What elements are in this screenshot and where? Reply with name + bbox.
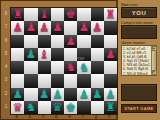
square-g1[interactable]	[91, 101, 104, 114]
piece-white-queen[interactable]: ♛	[52, 101, 62, 114]
square-f6[interactable]	[77, 35, 90, 48]
square-h6[interactable]	[104, 35, 117, 48]
square-g8[interactable]	[91, 8, 104, 21]
piece-black-pawn[interactable]: ♟	[39, 21, 49, 34]
piece-white-rook[interactable]: ♜	[105, 101, 115, 114]
turn-indicator: YOU	[121, 7, 157, 18]
square-e3[interactable]	[64, 74, 77, 87]
square-h8[interactable]: ♜	[104, 8, 117, 21]
scroll-down-icon[interactable]: ▼	[152, 70, 157, 75]
square-d1[interactable]: ♛	[51, 101, 64, 114]
rank-label: 6	[2, 34, 10, 47]
piece-black-rook[interactable]: ♜	[105, 8, 115, 21]
scroll-up-icon[interactable]: ▲	[152, 46, 157, 51]
square-b4[interactable]	[24, 61, 37, 74]
square-c8[interactable]: ♝	[38, 8, 51, 21]
chess-board: ♜♝♚♜♟♟♟♟♟♟♟♟♝♟♞♞♟♟♟♟♟♟♛♞♛♚♜	[10, 7, 118, 115]
move-list-item: 6. Nd4-f5 Ng8-f6	[123, 67, 151, 71]
square-c2[interactable]: ♟	[38, 88, 51, 101]
square-a1[interactable]: ♛	[11, 101, 24, 114]
square-h1[interactable]: ♜	[104, 101, 117, 114]
square-a5[interactable]	[11, 48, 24, 61]
rank-label: 5	[2, 47, 10, 60]
square-b7[interactable]: ♟	[24, 21, 37, 34]
piece-black-pawn[interactable]: ♟	[26, 21, 36, 34]
square-f4[interactable]: ♞	[77, 61, 90, 74]
square-e8[interactable]: ♚	[64, 8, 77, 21]
square-d7[interactable]: ♟	[51, 21, 64, 34]
square-a7[interactable]: ♟	[11, 21, 24, 34]
square-f3[interactable]	[77, 74, 90, 87]
square-g6[interactable]	[91, 35, 104, 48]
piece-black-pawn[interactable]: ♟	[12, 21, 22, 34]
square-d6[interactable]	[51, 35, 64, 48]
square-b5[interactable]: ♟	[24, 48, 37, 61]
square-a3[interactable]	[11, 74, 24, 87]
square-d5[interactable]	[51, 48, 64, 61]
square-e7[interactable]	[64, 21, 77, 34]
piece-black-king[interactable]: ♚	[65, 8, 75, 21]
square-b2[interactable]	[24, 88, 37, 101]
square-a4[interactable]	[11, 61, 24, 74]
rank-label: 8	[2, 7, 10, 20]
piece-black-bishop[interactable]: ♝	[39, 8, 49, 21]
sidebar: Now turn: YOU Comp's last move: Game mov…	[118, 0, 160, 120]
piece-white-pawn[interactable]: ♟	[39, 88, 49, 101]
piece-black-pawn[interactable]: ♟	[105, 48, 115, 61]
square-c3[interactable]	[38, 74, 51, 87]
square-b3[interactable]	[24, 74, 37, 87]
piece-white-pawn[interactable]: ♟	[26, 48, 36, 61]
square-g3[interactable]	[91, 74, 104, 87]
piece-black-knight[interactable]: ♞	[65, 61, 75, 74]
square-b1[interactable]: ♞	[24, 101, 37, 114]
move-list-panel: 1. b2-b4 e7-e62. e2-e4 Bf8-c53. b4-b5 Qd…	[121, 45, 157, 76]
square-d2[interactable]: ♟	[51, 88, 64, 101]
move-list-item: 7. Nf5-f4 Nf6xe4	[123, 72, 151, 75]
square-b8[interactable]	[24, 8, 37, 21]
piece-white-knight[interactable]: ♞	[26, 101, 36, 114]
status-display	[121, 84, 157, 101]
square-h4[interactable]	[104, 61, 117, 74]
piece-black-pawn[interactable]: ♟	[65, 35, 75, 48]
piece-white-king[interactable]: ♚	[65, 101, 75, 114]
square-g7[interactable]: ♟	[91, 21, 104, 34]
square-f2[interactable]: ♟	[77, 88, 90, 101]
square-f1[interactable]	[77, 101, 90, 114]
square-g5[interactable]	[91, 48, 104, 61]
square-d8[interactable]	[51, 8, 64, 21]
piece-white-pawn[interactable]: ♟	[52, 88, 62, 101]
square-a8[interactable]: ♜	[11, 8, 24, 21]
piece-white-pawn[interactable]: ♟	[92, 88, 102, 101]
square-h3[interactable]	[104, 74, 117, 87]
square-e2[interactable]	[64, 88, 77, 101]
piece-white-pawn[interactable]: ♟	[105, 88, 115, 101]
piece-white-pawn[interactable]: ♟	[79, 88, 89, 101]
square-c5[interactable]: ♝	[38, 48, 51, 61]
piece-black-pawn[interactable]: ♟	[92, 21, 102, 34]
last-move-display	[121, 25, 157, 39]
rank-label: 1	[2, 100, 10, 113]
square-h2[interactable]: ♟	[104, 88, 117, 101]
move-list[interactable]: 1. b2-b4 e7-e62. e2-e4 Bf8-c53. b4-b5 Qd…	[122, 46, 151, 75]
board-frame: 87654321 abcdefgh ♜♝♚♜♟♟♟♟♟♟♟♟♝♟♞♞♟♟♟♟♟♟…	[0, 0, 118, 120]
piece-black-pawn[interactable]: ♟	[79, 21, 89, 34]
square-h5[interactable]: ♟	[104, 48, 117, 61]
square-e5[interactable]	[64, 48, 77, 61]
square-g4[interactable]	[91, 61, 104, 74]
rank-label: 2	[2, 87, 10, 100]
chess-game-app: 87654321 abcdefgh ♜♝♚♜♟♟♟♟♟♟♟♟♝♟♞♞♟♟♟♟♟♟…	[0, 0, 160, 120]
rank-label: 7	[2, 20, 10, 33]
rank-label: 4	[2, 60, 10, 73]
square-b6[interactable]	[24, 35, 37, 48]
square-h7[interactable]	[104, 21, 117, 34]
start-game-button[interactable]: START GAME	[121, 104, 157, 113]
square-e1[interactable]: ♚	[64, 101, 77, 114]
square-c6[interactable]	[38, 35, 51, 48]
rank-labels: 87654321	[2, 7, 10, 113]
square-f5[interactable]	[77, 48, 90, 61]
square-c4[interactable]	[38, 61, 51, 74]
square-a6[interactable]	[11, 35, 24, 48]
square-f8[interactable]	[77, 8, 90, 21]
square-d4[interactable]	[51, 61, 64, 74]
square-e6[interactable]: ♟	[64, 35, 77, 48]
rank-label: 3	[2, 73, 10, 86]
piece-white-knight[interactable]: ♞	[79, 61, 89, 74]
square-d3[interactable]	[51, 74, 64, 87]
piece-black-queen[interactable]: ♛	[12, 101, 22, 114]
square-f7[interactable]: ♟	[77, 21, 90, 34]
square-a2[interactable]: ♟	[11, 88, 24, 101]
piece-black-bishop[interactable]: ♝	[39, 48, 49, 61]
piece-black-pawn[interactable]: ♟	[52, 21, 62, 34]
square-c7[interactable]: ♟	[38, 21, 51, 34]
move-list-scrollbar[interactable]: ▲ ▼	[151, 46, 156, 75]
square-e4[interactable]: ♞	[64, 61, 77, 74]
square-g2[interactable]: ♟	[91, 88, 104, 101]
piece-white-pawn[interactable]: ♟	[12, 88, 22, 101]
square-c1[interactable]	[38, 101, 51, 114]
piece-black-rook[interactable]: ♜	[12, 8, 22, 21]
